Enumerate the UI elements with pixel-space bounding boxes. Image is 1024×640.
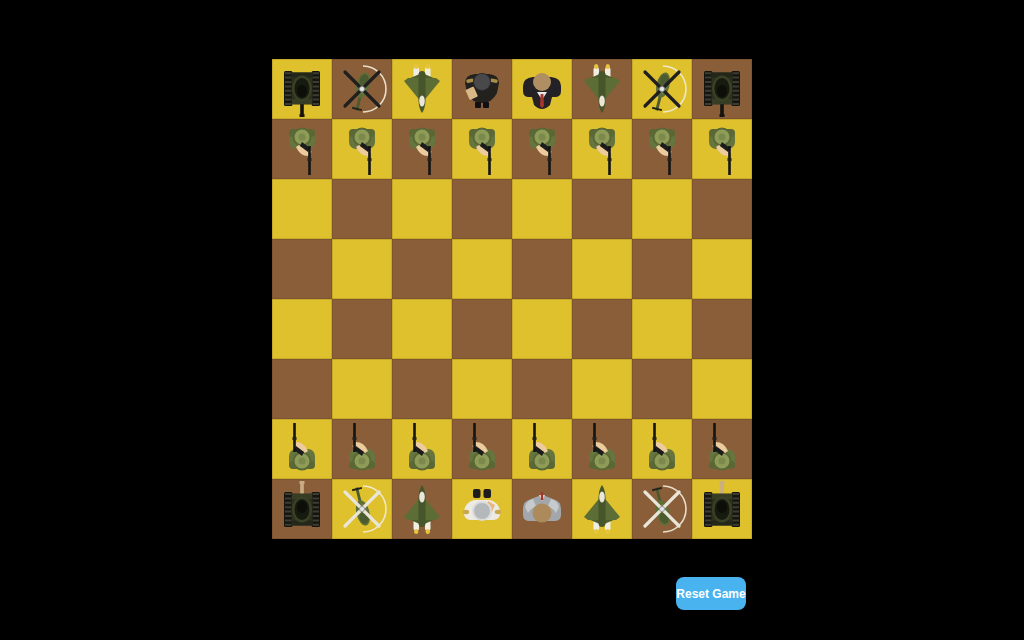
square-c7[interactable] <box>392 119 452 179</box>
square-f1[interactable] <box>572 479 632 539</box>
square-b5[interactable] <box>332 239 392 299</box>
piece-white-soldier-pawn[interactable] <box>392 419 452 479</box>
square-b7[interactable] <box>332 119 392 179</box>
square-e5[interactable] <box>512 239 572 299</box>
piece-white-tank-rook[interactable] <box>272 479 332 539</box>
square-a8[interactable] <box>272 59 332 119</box>
square-b2[interactable] <box>332 419 392 479</box>
app-canvas: Reset Game <box>0 0 1024 640</box>
piece-black-helicopter-knight[interactable] <box>332 59 392 119</box>
square-c5[interactable] <box>392 239 452 299</box>
square-h4[interactable] <box>692 299 752 359</box>
piece-black-helicopter-knight[interactable] <box>632 59 692 119</box>
square-b6[interactable] <box>332 179 392 239</box>
square-e6[interactable] <box>512 179 572 239</box>
square-c2[interactable] <box>392 419 452 479</box>
square-e2[interactable] <box>512 419 572 479</box>
square-a4[interactable] <box>272 299 332 359</box>
square-a7[interactable] <box>272 119 332 179</box>
square-g2[interactable] <box>632 419 692 479</box>
square-d3[interactable] <box>452 359 512 419</box>
square-a6[interactable] <box>272 179 332 239</box>
square-g7[interactable] <box>632 119 692 179</box>
square-a1[interactable] <box>272 479 332 539</box>
square-a5[interactable] <box>272 239 332 299</box>
square-g1[interactable] <box>632 479 692 539</box>
chess-board <box>272 59 752 539</box>
piece-black-soldier-pawn[interactable] <box>332 119 392 179</box>
piece-black-soldier-pawn[interactable] <box>452 119 512 179</box>
square-e1[interactable] <box>512 479 572 539</box>
piece-black-officer-queen[interactable] <box>452 59 512 119</box>
square-c3[interactable] <box>392 359 452 419</box>
square-g6[interactable] <box>632 179 692 239</box>
square-h6[interactable] <box>692 179 752 239</box>
piece-white-jet-bishop[interactable] <box>392 479 452 539</box>
square-f7[interactable] <box>572 119 632 179</box>
square-b1[interactable] <box>332 479 392 539</box>
piece-white-soldier-pawn[interactable] <box>332 419 392 479</box>
square-f8[interactable] <box>572 59 632 119</box>
square-d8[interactable] <box>452 59 512 119</box>
square-e4[interactable] <box>512 299 572 359</box>
square-d6[interactable] <box>452 179 512 239</box>
square-e7[interactable] <box>512 119 572 179</box>
piece-black-tank-rook[interactable] <box>272 59 332 119</box>
square-d2[interactable] <box>452 419 512 479</box>
square-a2[interactable] <box>272 419 332 479</box>
square-g5[interactable] <box>632 239 692 299</box>
piece-white-soldier-pawn[interactable] <box>692 419 752 479</box>
square-c1[interactable] <box>392 479 452 539</box>
square-e3[interactable] <box>512 359 572 419</box>
piece-white-officer-queen[interactable] <box>452 479 512 539</box>
piece-white-helicopter-knight[interactable] <box>332 479 392 539</box>
square-f6[interactable] <box>572 179 632 239</box>
square-h1[interactable] <box>692 479 752 539</box>
square-b8[interactable] <box>332 59 392 119</box>
square-b3[interactable] <box>332 359 392 419</box>
piece-white-jet-bishop[interactable] <box>572 479 632 539</box>
piece-white-commander-king[interactable] <box>512 479 572 539</box>
square-c6[interactable] <box>392 179 452 239</box>
piece-white-soldier-pawn[interactable] <box>572 419 632 479</box>
square-c8[interactable] <box>392 59 452 119</box>
piece-black-commander-king[interactable] <box>512 59 572 119</box>
square-h2[interactable] <box>692 419 752 479</box>
square-a3[interactable] <box>272 359 332 419</box>
square-d1[interactable] <box>452 479 512 539</box>
square-f5[interactable] <box>572 239 632 299</box>
square-e8[interactable] <box>512 59 572 119</box>
piece-white-soldier-pawn[interactable] <box>632 419 692 479</box>
piece-black-soldier-pawn[interactable] <box>692 119 752 179</box>
piece-white-tank-rook[interactable] <box>692 479 752 539</box>
piece-black-tank-rook[interactable] <box>692 59 752 119</box>
square-f3[interactable] <box>572 359 632 419</box>
square-d7[interactable] <box>452 119 512 179</box>
square-d4[interactable] <box>452 299 512 359</box>
square-f4[interactable] <box>572 299 632 359</box>
square-g8[interactable] <box>632 59 692 119</box>
square-h8[interactable] <box>692 59 752 119</box>
reset-game-button[interactable]: Reset Game <box>676 577 746 610</box>
square-h3[interactable] <box>692 359 752 419</box>
piece-white-soldier-pawn[interactable] <box>512 419 572 479</box>
square-g3[interactable] <box>632 359 692 419</box>
piece-black-soldier-pawn[interactable] <box>632 119 692 179</box>
piece-black-soldier-pawn[interactable] <box>572 119 632 179</box>
square-g4[interactable] <box>632 299 692 359</box>
piece-black-soldier-pawn[interactable] <box>272 119 332 179</box>
piece-white-soldier-pawn[interactable] <box>272 419 332 479</box>
square-h5[interactable] <box>692 239 752 299</box>
piece-black-soldier-pawn[interactable] <box>392 119 452 179</box>
square-b4[interactable] <box>332 299 392 359</box>
square-f2[interactable] <box>572 419 632 479</box>
piece-black-jet-bishop[interactable] <box>572 59 632 119</box>
square-h7[interactable] <box>692 119 752 179</box>
piece-black-soldier-pawn[interactable] <box>512 119 572 179</box>
square-c4[interactable] <box>392 299 452 359</box>
piece-white-helicopter-knight[interactable] <box>632 479 692 539</box>
square-d5[interactable] <box>452 239 512 299</box>
piece-black-jet-bishop[interactable] <box>392 59 452 119</box>
piece-white-soldier-pawn[interactable] <box>452 419 512 479</box>
